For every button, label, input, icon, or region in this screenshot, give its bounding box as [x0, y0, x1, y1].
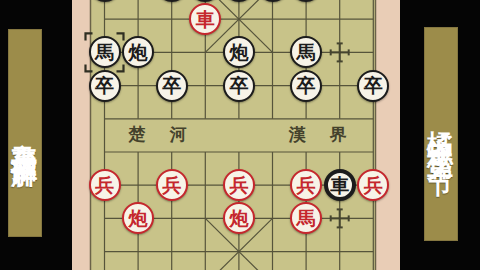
piece-black-horse[interactable]: 馬	[89, 36, 121, 68]
piece-black-soldier[interactable]: 卒	[89, 70, 121, 102]
river-label-2: 漢	[289, 123, 306, 146]
title-banner-right: 橘中秘第一节	[424, 27, 458, 241]
piece-black-soldier[interactable]: 卒	[156, 70, 188, 102]
piece-red-soldier[interactable]: 兵	[156, 169, 188, 201]
piece-red-soldier[interactable]: 兵	[89, 169, 121, 201]
piece-black-soldier[interactable]: 卒	[290, 70, 322, 102]
piece-black-soldier[interactable]: 卒	[357, 70, 389, 102]
title-banner-left: 弃马十三招详解	[8, 29, 42, 237]
banner-left-text: 弃马十三招详解	[8, 123, 43, 144]
piece-black-chariot[interactable]: 車	[324, 169, 356, 201]
river-label-0: 楚	[129, 123, 146, 146]
banner-right-text: 橘中秘第一节	[424, 110, 459, 158]
river-label-3: 界	[330, 123, 347, 146]
video-frame: 楚河漢界 車象士將士象車馬炮炮馬卒卒卒卒卒兵兵兵兵車兵炮炮馬 弃马十三招详解 橘…	[0, 0, 480, 270]
piece-black-soldier[interactable]: 卒	[223, 70, 255, 102]
river-label-1: 河	[170, 123, 187, 146]
piece-red-soldier[interactable]: 兵	[223, 169, 255, 201]
